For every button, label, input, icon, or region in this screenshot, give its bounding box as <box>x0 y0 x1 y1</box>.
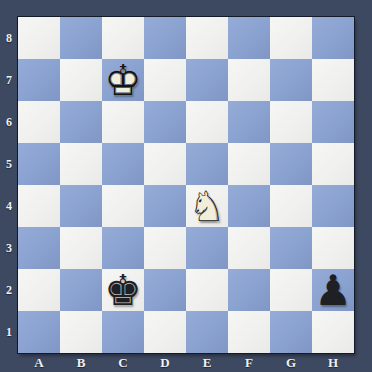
chess-board: ♚♔♞♘♚♟ <box>18 17 354 353</box>
square-a3[interactable] <box>18 227 60 269</box>
square-f5[interactable] <box>228 143 270 185</box>
square-a5[interactable] <box>18 143 60 185</box>
square-b4[interactable] <box>60 185 102 227</box>
square-h1[interactable] <box>312 311 354 353</box>
square-e8[interactable] <box>186 17 228 59</box>
square-f6[interactable] <box>228 101 270 143</box>
square-e4[interactable]: ♞♘ <box>186 185 228 227</box>
square-b8[interactable] <box>60 17 102 59</box>
square-f2[interactable] <box>228 269 270 311</box>
square-d2[interactable] <box>144 269 186 311</box>
square-f3[interactable] <box>228 227 270 269</box>
file-label-g: G <box>270 353 312 372</box>
square-h2[interactable]: ♟ <box>312 269 354 311</box>
square-c2[interactable]: ♚ <box>102 269 144 311</box>
square-g8[interactable] <box>270 17 312 59</box>
square-d6[interactable] <box>144 101 186 143</box>
square-e3[interactable] <box>186 227 228 269</box>
black-king-icon: ♚ <box>104 270 142 312</box>
square-g6[interactable] <box>270 101 312 143</box>
square-a8[interactable] <box>18 17 60 59</box>
square-a2[interactable] <box>18 269 60 311</box>
white-knight-outline-icon: ♘ <box>188 186 226 228</box>
square-c4[interactable] <box>102 185 144 227</box>
square-h4[interactable] <box>312 185 354 227</box>
square-b5[interactable] <box>60 143 102 185</box>
square-g2[interactable] <box>270 269 312 311</box>
rank-label-3: 3 <box>0 227 18 269</box>
white-king[interactable]: ♚♔ <box>102 59 144 101</box>
rank-label-1: 1 <box>0 311 18 353</box>
rank-label-2: 2 <box>0 269 18 311</box>
square-a1[interactable] <box>18 311 60 353</box>
white-knight[interactable]: ♞♘ <box>186 185 228 227</box>
square-e2[interactable] <box>186 269 228 311</box>
square-g1[interactable] <box>270 311 312 353</box>
square-a4[interactable] <box>18 185 60 227</box>
square-h5[interactable] <box>312 143 354 185</box>
square-d5[interactable] <box>144 143 186 185</box>
square-e1[interactable] <box>186 311 228 353</box>
rank-label-4: 4 <box>0 185 18 227</box>
black-pawn[interactable]: ♟ <box>312 269 354 311</box>
file-label-f: F <box>228 353 270 372</box>
file-label-c: C <box>102 353 144 372</box>
file-label-e: E <box>186 353 228 372</box>
square-g7[interactable] <box>270 59 312 101</box>
square-d1[interactable] <box>144 311 186 353</box>
square-d4[interactable] <box>144 185 186 227</box>
file-label-b: B <box>60 353 102 372</box>
rank-label-8: 8 <box>0 17 18 59</box>
square-b6[interactable] <box>60 101 102 143</box>
rank-label-5: 5 <box>0 143 18 185</box>
square-c3[interactable] <box>102 227 144 269</box>
square-f7[interactable] <box>228 59 270 101</box>
square-b2[interactable] <box>60 269 102 311</box>
square-g3[interactable] <box>270 227 312 269</box>
square-c7[interactable]: ♚♔ <box>102 59 144 101</box>
square-f4[interactable] <box>228 185 270 227</box>
file-label-a: A <box>18 353 60 372</box>
square-b7[interactable] <box>60 59 102 101</box>
square-b3[interactable] <box>60 227 102 269</box>
square-a6[interactable] <box>18 101 60 143</box>
square-e6[interactable] <box>186 101 228 143</box>
square-a7[interactable] <box>18 59 60 101</box>
rank-label-7: 7 <box>0 59 18 101</box>
square-f8[interactable] <box>228 17 270 59</box>
square-e7[interactable] <box>186 59 228 101</box>
black-pawn-icon: ♟ <box>314 270 352 312</box>
square-d8[interactable] <box>144 17 186 59</box>
square-c5[interactable] <box>102 143 144 185</box>
file-label-h: H <box>312 353 354 372</box>
white-king-outline-icon: ♔ <box>104 60 142 102</box>
rank-label-6: 6 <box>0 101 18 143</box>
square-c6[interactable] <box>102 101 144 143</box>
square-g4[interactable] <box>270 185 312 227</box>
square-b1[interactable] <box>60 311 102 353</box>
black-king[interactable]: ♚ <box>102 269 144 311</box>
square-c1[interactable] <box>102 311 144 353</box>
square-h6[interactable] <box>312 101 354 143</box>
square-d7[interactable] <box>144 59 186 101</box>
square-e5[interactable] <box>186 143 228 185</box>
square-f1[interactable] <box>228 311 270 353</box>
square-h7[interactable] <box>312 59 354 101</box>
square-d3[interactable] <box>144 227 186 269</box>
file-label-d: D <box>144 353 186 372</box>
chessboard-widget: ♚♔♞♘♚♟ 87654321 ABCDEFGH <box>0 0 372 372</box>
square-c8[interactable] <box>102 17 144 59</box>
square-g5[interactable] <box>270 143 312 185</box>
square-h3[interactable] <box>312 227 354 269</box>
square-h8[interactable] <box>312 17 354 59</box>
